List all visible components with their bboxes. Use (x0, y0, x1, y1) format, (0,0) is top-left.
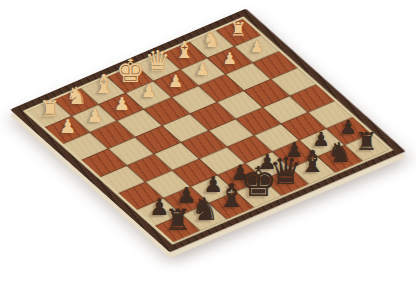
piece-white-knight-g1: ♞ (66, 85, 88, 110)
piece-white-bishop-f1: ♝ (92, 72, 115, 98)
photo-stage: ♜♞♝♛♚♝♞♜♟♟♟♟♟♟♟♟♟♟♟♟♟♟♟♟♜♞♝♛♚♝♞♜ (0, 0, 416, 281)
piece-black-knight-b8: ♞ (327, 138, 352, 166)
piece-white-knight-b1: ♞ (202, 30, 221, 51)
piece-white-queen-d1: ♛ (145, 46, 171, 75)
piece-white-pawn-h2: ♟ (59, 117, 76, 136)
piece-black-rook-a8: ♜ (355, 129, 378, 154)
piece-white-bishop-c1: ♝ (174, 39, 195, 63)
piece-white-pawn-g2: ♟ (87, 106, 104, 125)
piece-white-rook-h1: ♜ (39, 97, 60, 120)
piece-white-rook-a1: ♜ (230, 20, 247, 39)
piece-white-pawn-b2: ♟ (222, 51, 237, 67)
piece-white-pawn-d2: ♟ (168, 73, 183, 90)
piece-white-pawn-a2: ♟ (250, 39, 264, 55)
piece-black-bishop-f8: ♝ (217, 180, 246, 213)
piece-black-knight-g8: ♞ (191, 193, 219, 224)
piece-white-pawn-f2: ♟ (114, 95, 130, 113)
pieces-layer: ♜♞♝♛♚♝♞♜♟♟♟♟♟♟♟♟♟♟♟♟♟♟♟♟♜♞♝♛♚♝♞♜ (0, 0, 416, 281)
piece-black-rook-h8: ♜ (164, 206, 190, 235)
piece-white-pawn-c2: ♟ (195, 62, 210, 79)
piece-black-bishop-c8: ♝ (299, 147, 327, 178)
piece-white-pawn-e2: ♟ (141, 84, 157, 102)
